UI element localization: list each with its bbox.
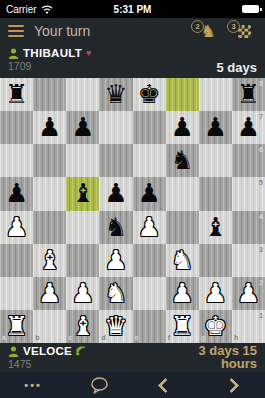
opponent-name: THIBAULT [23,47,82,59]
square-a7[interactable] [0,111,33,144]
piece-black-bishop: ♝ [204,211,227,244]
square-h4[interactable]: 4 [232,211,265,244]
file-label-a: a [2,334,6,341]
piece-black-knight: ♞ [104,211,127,244]
square-a6[interactable] [0,144,33,177]
player-info-bar: VELOCE 1475 3 days 15 hours [0,343,265,372]
square-d1[interactable]: ♛d [99,310,132,343]
file-label-d: d [101,334,105,341]
square-g8[interactable] [199,78,232,111]
chevron-left-icon [158,377,174,393]
piece-black-queen: ♛ [104,78,127,111]
chevron-right-icon [224,377,240,393]
piece-black-rook: ♜ [5,78,28,111]
hamburger-icon[interactable] [8,23,24,40]
square-d4[interactable]: ♞ [99,211,132,244]
file-label-c: c [68,334,72,341]
square-e4[interactable]: ♟ [133,211,166,244]
piece-white-rook: ♜ [5,310,28,343]
square-a1[interactable]: ♜a [0,310,33,343]
square-a3[interactable] [0,244,33,277]
square-b4[interactable] [33,211,66,244]
square-f6[interactable]: ♞ [166,144,199,177]
piece-white-pawn: ♟ [71,277,94,310]
app-header: Your turn ♞ 2 3 [0,18,265,44]
person-icon [8,48,19,59]
games-count-badge: 2 [191,20,204,33]
square-h7[interactable]: ♟7 [232,111,265,144]
square-a2[interactable] [0,277,33,310]
rank-label-1: 1 [259,312,263,319]
square-b1[interactable]: b [33,310,66,343]
file-label-g: g [201,334,205,341]
square-d2[interactable]: ♞ [99,277,132,310]
square-c1[interactable]: ♝c [66,310,99,343]
piece-black-rook: ♜ [237,78,260,111]
piece-white-pawn: ♟ [171,277,194,310]
patron-icon: ♥ [86,49,91,58]
square-a8[interactable]: ♜ [0,78,33,111]
square-f1[interactable]: ♜f [166,310,199,343]
square-c4[interactable] [66,211,99,244]
piece-black-pawn: ♟ [171,111,194,144]
square-c7[interactable]: ♟ [66,111,99,144]
square-g1[interactable]: ♚g [199,310,232,343]
square-f3[interactable]: ♞ [166,244,199,277]
file-label-f: f [168,334,170,341]
square-g3[interactable] [199,244,232,277]
chat-button[interactable] [66,372,132,398]
square-e2[interactable] [133,277,166,310]
opponent-clock: 5 days [217,60,257,75]
square-h1[interactable]: 1h [232,310,265,343]
square-e7[interactable] [133,111,166,144]
file-label-b: b [35,334,39,341]
square-c2[interactable]: ♟ [66,277,99,310]
challenges-count-badge: 3 [227,20,240,33]
piece-white-bishop: ♝ [38,244,61,277]
square-c5[interactable]: ♝ [66,177,99,210]
square-e8[interactable]: ♚ [133,78,166,111]
square-g2[interactable]: ♟ [199,277,232,310]
square-b3[interactable]: ♝ [33,244,66,277]
square-h5[interactable]: 5 [232,177,265,210]
square-a4[interactable]: ♟ [0,211,33,244]
square-e3[interactable] [133,244,166,277]
piece-black-bishop: ♝ [71,177,94,210]
file-label-h: h [234,334,238,341]
forward-move-button[interactable] [199,372,265,398]
square-d5[interactable]: ♟ [99,177,132,210]
piece-black-pawn: ♟ [137,177,160,210]
square-h3[interactable]: 3 [232,244,265,277]
rank-label-8: 8 [259,80,263,87]
square-g4[interactable]: ♝ [199,211,232,244]
square-f5[interactable] [166,177,199,210]
rank-label-6: 6 [259,146,263,153]
piece-black-knight: ♞ [171,144,194,177]
piece-black-pawn: ♟ [71,111,94,144]
rank-label-4: 4 [259,213,263,220]
square-c3[interactable] [66,244,99,277]
player-clock: 3 days 15 hours [198,344,257,370]
player-name: VELOCE [23,345,72,357]
piece-black-pawn: ♟ [204,111,227,144]
square-c6[interactable] [66,144,99,177]
more-dots-icon: ••• [24,372,42,398]
challenges-button[interactable]: 3 [235,23,253,39]
square-d7[interactable] [99,111,132,144]
square-d3[interactable]: ♟ [99,244,132,277]
more-options-button[interactable]: ••• [0,372,66,398]
square-g5[interactable] [199,177,232,210]
piece-black-pawn: ♟ [5,177,28,210]
status-bar: Carrier 5:31 PM [0,0,265,18]
page-title: Your turn [34,23,189,39]
piece-black-pawn: ♟ [237,111,260,144]
square-d8[interactable]: ♛ [99,78,132,111]
square-e1[interactable]: e [133,310,166,343]
opponent-info-bar: THIBAULT ♥ 1709 5 days [0,44,265,78]
square-h2[interactable]: ♟2 [232,277,265,310]
bottom-toolbar: ••• [0,372,265,398]
piece-white-rook: ♜ [171,310,194,343]
battery-full-icon [242,5,259,13]
square-b7[interactable]: ♟ [33,111,66,144]
square-h8[interactable]: ♜8 [232,78,265,111]
square-g6[interactable] [199,144,232,177]
square-h6[interactable]: 6 [232,144,265,177]
square-d6[interactable] [99,144,132,177]
square-b8[interactable] [33,78,66,111]
rank-label-2: 2 [259,279,263,286]
chat-bubble-icon [90,377,109,394]
square-f8[interactable] [166,78,199,111]
piece-black-king: ♚ [137,78,160,111]
piece-white-pawn: ♟ [204,277,227,310]
square-f7[interactable]: ♟ [166,111,199,144]
piece-white-queen: ♛ [104,310,127,343]
piece-white-bishop: ♝ [71,310,94,343]
games-in-play-button[interactable]: ♞ 2 [199,23,217,39]
piece-black-pawn: ♟ [38,111,61,144]
piece-white-pawn: ♟ [5,211,28,244]
person-icon [8,346,19,357]
square-c8[interactable] [66,78,99,111]
rank-label-5: 5 [259,179,263,186]
square-b5[interactable] [33,177,66,210]
rank-label-7: 7 [259,113,263,120]
status-time: 5:31 PM [0,4,265,15]
square-b6[interactable] [33,144,66,177]
square-b2[interactable]: ♟ [33,277,66,310]
piece-white-king: ♚ [204,310,227,343]
rank-label-3: 3 [259,246,263,253]
square-f2[interactable]: ♟ [166,277,199,310]
piece-white-pawn: ♟ [38,277,61,310]
piece-white-pawn: ♟ [137,211,160,244]
piece-white-pawn: ♟ [237,277,260,310]
file-label-e: e [135,334,139,341]
piece-white-pawn: ♟ [104,244,127,277]
broadcast-icon [76,346,86,356]
piece-white-knight: ♞ [171,244,194,277]
square-a5[interactable]: ♟ [0,177,33,210]
piece-black-pawn: ♟ [104,177,127,210]
piece-white-knight: ♞ [104,277,127,310]
back-move-button[interactable] [133,372,199,398]
square-e5[interactable]: ♟ [133,177,166,210]
square-f4[interactable] [166,211,199,244]
chess-board: ♜♛♚♜8♟♟♟♟♟7♞6♟♝♟♟5♟♞♟♝4♝♟♞3♟♟♞♟♟♟2♜ab♝c♛… [0,78,265,343]
square-g7[interactable]: ♟ [199,111,232,144]
square-e6[interactable] [133,144,166,177]
